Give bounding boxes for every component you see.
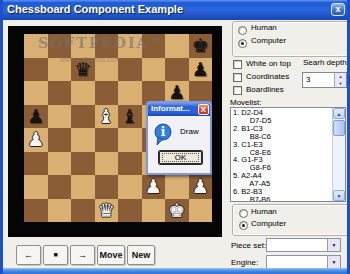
forward-button[interactable]: → — [70, 245, 95, 265]
search-depth-input[interactable]: 3 ▲ ▼ — [302, 72, 347, 88]
square-g1[interactable]: ♚ — [165, 199, 189, 223]
piece-set-combobox[interactable]: ▼ — [266, 238, 341, 252]
white-on-top-label: White on top — [246, 59, 291, 68]
square-f7[interactable] — [142, 58, 166, 82]
close-icon[interactable]: X — [198, 104, 209, 115]
square-a5[interactable]: ♟ — [24, 105, 48, 129]
white-queen[interactable]: ♛ — [95, 199, 119, 223]
boardlines-checkbox[interactable] — [233, 86, 242, 95]
app-window: Chessboard Component Example x ♚♛♟♟♟♝♝♟♟… — [0, 0, 350, 274]
square-b2[interactable] — [48, 175, 72, 199]
white-pawn[interactable]: ♟ — [24, 128, 48, 152]
radio-human-top[interactable] — [238, 26, 247, 35]
top-player-group — [232, 21, 350, 57]
square-b5[interactable] — [48, 105, 72, 129]
radio-human-bottom-label: Human — [251, 207, 277, 216]
square-g8[interactable] — [165, 34, 189, 58]
square-d5[interactable]: ♝ — [95, 105, 119, 129]
square-e5[interactable]: ♝ — [118, 105, 142, 129]
square-a3[interactable] — [24, 152, 48, 176]
radio-computer-bottom-label: Computer — [251, 219, 286, 228]
scroll-down-icon[interactable]: ▼ — [333, 190, 345, 201]
chevron-down-icon[interactable]: ▼ — [327, 239, 340, 251]
chevron-down-icon[interactable]: ▼ — [327, 256, 340, 268]
square-b3[interactable] — [48, 152, 72, 176]
black-king[interactable]: ♚ — [189, 34, 213, 58]
dialog-title-bar[interactable]: Informat... X — [148, 103, 210, 116]
square-h8[interactable]: ♚ — [189, 34, 213, 58]
dialog-body: i Draw OK — [148, 116, 210, 173]
radio-computer-bottom[interactable] — [239, 221, 248, 230]
focus-rect — [162, 153, 199, 162]
white-king[interactable]: ♚ — [165, 199, 189, 223]
square-e2[interactable] — [118, 175, 142, 199]
square-c6[interactable] — [71, 81, 95, 105]
white-on-top-checkbox[interactable] — [233, 60, 242, 69]
square-d1[interactable]: ♛ — [95, 199, 119, 223]
square-a1[interactable] — [24, 199, 48, 223]
information-dialog: Informat... X i Draw OK — [146, 101, 212, 175]
movelist-listbox[interactable]: 1. D2-D4 D7-D5 2. B1-C3 B8-C6 3. C1-E3 C… — [230, 107, 346, 202]
square-a7[interactable] — [24, 58, 48, 82]
square-b1[interactable] — [48, 199, 72, 223]
square-c4[interactable] — [71, 128, 95, 152]
radio-human-bottom[interactable] — [239, 209, 248, 218]
engine-combobox[interactable]: ▼ — [266, 255, 341, 269]
white-bishop[interactable]: ♝ — [95, 105, 119, 129]
coordinates-label: Coordinates — [246, 72, 289, 81]
title-bar[interactable]: Chessboard Component Example x — [0, 0, 350, 20]
square-e6[interactable] — [118, 81, 142, 105]
coordinates-checkbox[interactable] — [233, 73, 242, 82]
white-pawn[interactable]: ♟ — [189, 175, 213, 199]
stop-icon: ■ — [53, 251, 57, 258]
dialog-title: Informat... — [151, 104, 190, 113]
square-e7[interactable] — [118, 58, 142, 82]
dialog-message: Draw — [180, 127, 199, 136]
boardlines-label: Boardlines — [246, 85, 284, 94]
square-c3[interactable] — [71, 152, 95, 176]
black-pawn[interactable]: ♟ — [24, 105, 48, 129]
svg-text:i: i — [161, 125, 166, 139]
back-button[interactable]: ← — [16, 245, 41, 265]
black-bishop[interactable]: ♝ — [118, 105, 142, 129]
square-a6[interactable] — [24, 81, 48, 105]
piece-set-label: Piece set: — [231, 241, 266, 250]
square-d6[interactable] — [95, 81, 119, 105]
search-depth-value: 3 — [306, 75, 310, 84]
forward-arrow-icon: → — [78, 250, 87, 260]
square-d2[interactable] — [95, 175, 119, 199]
ok-button[interactable]: OK — [159, 151, 202, 164]
square-e1[interactable] — [118, 199, 142, 223]
square-h2[interactable]: ♟ — [189, 175, 213, 199]
square-e4[interactable] — [118, 128, 142, 152]
move-button[interactable]: Move — [97, 245, 125, 265]
square-a2[interactable] — [24, 175, 48, 199]
square-h7[interactable]: ♟ — [189, 58, 213, 82]
square-d4[interactable] — [95, 128, 119, 152]
scrollbar-thumb[interactable] — [333, 120, 345, 136]
square-g2[interactable] — [165, 175, 189, 199]
radio-computer-top[interactable] — [238, 39, 247, 48]
bottom-player-group — [232, 204, 350, 236]
spin-up-icon[interactable]: ▲ — [334, 73, 346, 80]
square-b4[interactable] — [48, 128, 72, 152]
back-arrow-icon: ← — [24, 250, 33, 260]
scroll-up-icon[interactable]: ▲ — [333, 108, 345, 119]
square-c2[interactable] — [71, 175, 95, 199]
spin-down-icon[interactable]: ▼ — [334, 80, 346, 87]
square-b6[interactable] — [48, 81, 72, 105]
square-h1[interactable] — [189, 199, 213, 223]
square-a4[interactable]: ♟ — [24, 128, 48, 152]
watermark-url-text: www.softpedia.com — [60, 56, 120, 63]
movelist-label: Movelist: — [230, 98, 262, 107]
square-f1[interactable] — [142, 199, 166, 223]
close-icon[interactable]: x — [331, 3, 345, 16]
window-title: Chessboard Component Example — [7, 3, 183, 15]
square-d3[interactable] — [95, 152, 119, 176]
radio-computer-top-label: Computer — [251, 36, 286, 45]
movelist-scrollbar[interactable]: ▲ ▼ — [332, 108, 345, 201]
black-pawn[interactable]: ♟ — [189, 58, 213, 82]
new-button[interactable]: New — [127, 245, 155, 265]
window-bottom-border — [0, 268, 350, 274]
square-e3[interactable] — [118, 152, 142, 176]
movelist-lines: 1. D2-D4 D7-D5 2. B1-C3 B8-C6 3. C1-E3 C… — [233, 109, 271, 202]
square-f2[interactable]: ♟ — [142, 175, 166, 199]
stop-button[interactable]: ■ — [43, 245, 68, 265]
square-c1[interactable] — [71, 199, 95, 223]
engine-label: Engine: — [231, 258, 258, 267]
square-g7[interactable] — [165, 58, 189, 82]
search-depth-label: Searh depth — [303, 58, 347, 67]
radio-human-top-label: Human — [251, 23, 277, 32]
white-pawn[interactable]: ♟ — [142, 175, 166, 199]
information-icon: i — [154, 123, 172, 147]
watermark-text: SOFTPEDIA™ — [38, 35, 165, 51]
square-c5[interactable] — [71, 105, 95, 129]
